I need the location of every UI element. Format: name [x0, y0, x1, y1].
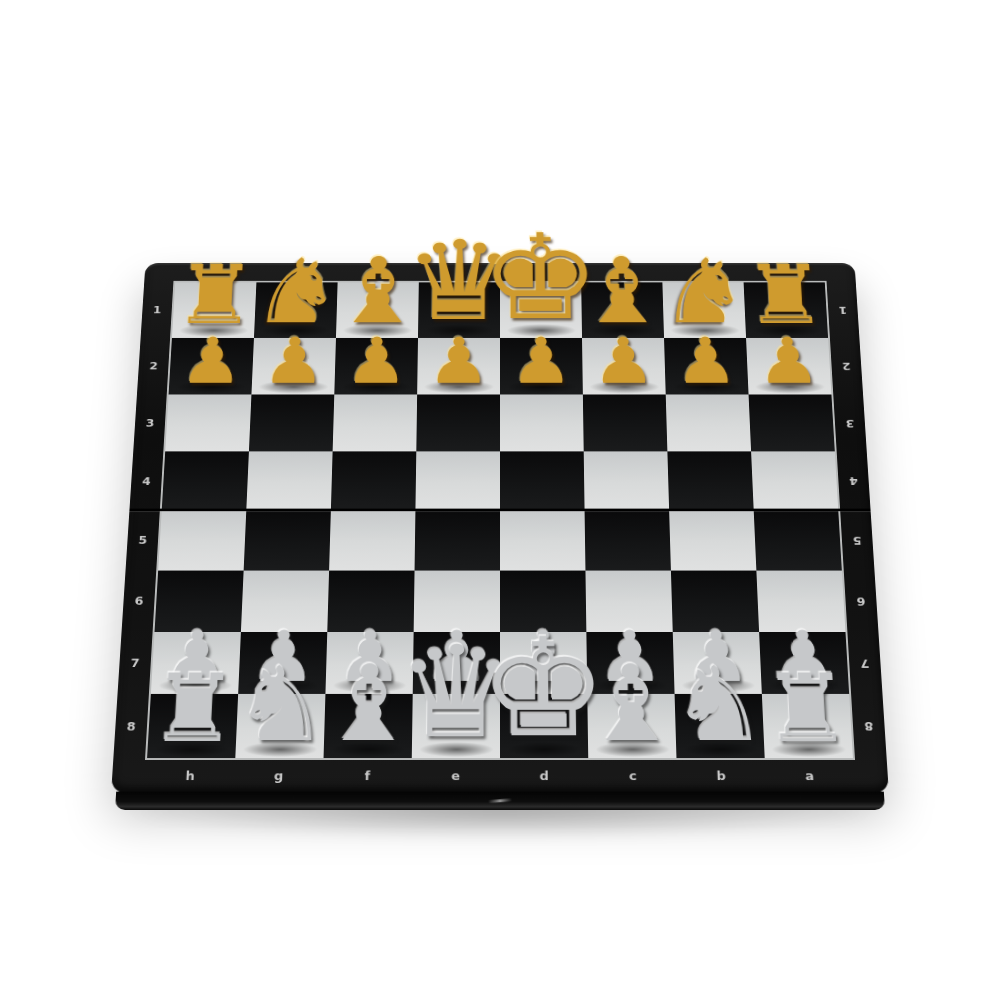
file-label-d: d	[500, 760, 589, 791]
rank-label-7: 7	[118, 632, 151, 695]
rank-label-2: 2	[138, 338, 169, 394]
rank-label-1: 1	[142, 282, 173, 337]
square-g4	[246, 452, 332, 511]
playing-area-border: ♜♞♝♛♚♝♞♜♟♟♟♟♟♟♟♟♟♟♟♟♟♟♟♟♜♞♝♛♚♝♞♜	[145, 281, 855, 760]
square-g8: ♞	[235, 694, 325, 758]
square-b3	[666, 394, 751, 452]
silver-knight: ♞	[231, 653, 332, 756]
square-a4	[751, 452, 838, 511]
file-label-b: b	[677, 760, 767, 791]
gold-pawn: ♟	[673, 329, 738, 392]
clasp-mark	[488, 798, 512, 803]
gold-bishop: ♝	[575, 245, 669, 336]
board-frame: ♜♞♝♛♚♝♞♜♟♟♟♟♟♟♟♟♟♟♟♟♟♟♟♟♜♞♝♛♚♝♞♜ 1234567…	[111, 263, 889, 792]
rank-label-4: 4	[838, 452, 870, 511]
square-e3	[416, 394, 500, 452]
chess-board: ♜♞♝♛♚♝♞♜♟♟♟♟♟♟♟♟♟♟♟♟♟♟♟♟♜♞♝♛♚♝♞♜ 1234567…	[110, 263, 890, 810]
square-d5	[500, 510, 585, 570]
square-c2: ♟	[582, 338, 666, 394]
square-h3	[165, 394, 251, 452]
squares-grid: ♜♞♝♛♚♝♞♜♟♟♟♟♟♟♟♟♟♟♟♟♟♟♟♟♜♞♝♛♚♝♞♜	[147, 282, 853, 758]
square-e4	[415, 452, 500, 511]
gold-pawn: ♟	[178, 329, 244, 392]
file-label-f: f	[323, 760, 412, 791]
silver-rook: ♜	[147, 662, 240, 756]
square-d3	[500, 394, 584, 452]
gold-pawn: ♟	[755, 329, 821, 392]
gold-pawn: ♟	[591, 329, 655, 392]
gold-pawn: ♟	[427, 329, 491, 392]
board-hinge-seam	[129, 509, 871, 514]
square-a8: ♜	[762, 694, 853, 758]
square-b4	[667, 452, 753, 511]
square-h8: ♜	[147, 694, 238, 758]
square-g3	[249, 394, 334, 452]
silver-bishop: ♝	[581, 651, 682, 756]
square-b5	[669, 510, 756, 570]
file-label-g: g	[234, 760, 324, 791]
rank-label-1: 1	[828, 282, 859, 337]
square-b8: ♞	[675, 694, 765, 758]
square-a5	[754, 510, 842, 570]
board-side-edge	[115, 792, 885, 810]
rank-label-2: 2	[831, 338, 862, 394]
square-c5	[585, 510, 671, 570]
square-a3	[749, 394, 835, 452]
rank-label-6: 6	[845, 570, 878, 631]
square-g2: ♟	[251, 338, 336, 394]
square-h4	[162, 452, 249, 511]
rank-label-5: 5	[841, 510, 873, 570]
rank-label-8: 8	[852, 694, 886, 758]
rank-label-3: 3	[134, 394, 166, 452]
square-e2: ♟	[417, 338, 500, 394]
file-label-c: c	[588, 760, 677, 791]
square-f2: ♟	[334, 338, 418, 394]
square-h2: ♟	[169, 338, 254, 394]
rank-label-5: 5	[126, 510, 158, 570]
silver-knight: ♞	[669, 653, 770, 756]
rank-label-7: 7	[848, 632, 881, 695]
square-d4	[500, 452, 585, 511]
file-label-h: h	[145, 760, 235, 791]
square-f4	[331, 452, 416, 511]
file-label-a: a	[765, 760, 855, 791]
square-f3	[333, 394, 418, 452]
rank-label-8: 8	[114, 694, 148, 758]
gold-pawn: ♟	[344, 329, 408, 392]
perspective-container: ♜♞♝♛♚♝♞♜♟♟♟♟♟♟♟♟♟♟♟♟♟♟♟♟♜♞♝♛♚♝♞♜ 1234567…	[110, 170, 890, 810]
square-c3	[583, 394, 668, 452]
file-label-e: e	[411, 760, 500, 791]
product-photo-background: ♜♞♝♛♚♝♞♜♟♟♟♟♟♟♟♟♟♟♟♟♟♟♟♟♜♞♝♛♚♝♞♜ 1234567…	[0, 0, 1000, 1000]
square-d8: ♚	[500, 694, 588, 758]
rank-label-4: 4	[130, 452, 162, 511]
square-c8: ♝	[587, 694, 676, 758]
file-labels-bottom: hgfedcba	[145, 760, 855, 791]
square-e5	[415, 510, 500, 570]
square-f5	[329, 510, 415, 570]
square-g5	[244, 510, 331, 570]
square-a2: ♟	[746, 338, 831, 394]
rank-label-3: 3	[834, 394, 866, 452]
silver-rook: ♜	[760, 662, 853, 756]
rank-label-6: 6	[123, 570, 156, 631]
square-b2: ♟	[664, 338, 749, 394]
gold-pawn: ♟	[261, 329, 326, 392]
gold-pawn: ♟	[510, 329, 574, 392]
square-d2: ♟	[500, 338, 583, 394]
square-c4	[584, 452, 669, 511]
square-h5	[158, 510, 246, 570]
